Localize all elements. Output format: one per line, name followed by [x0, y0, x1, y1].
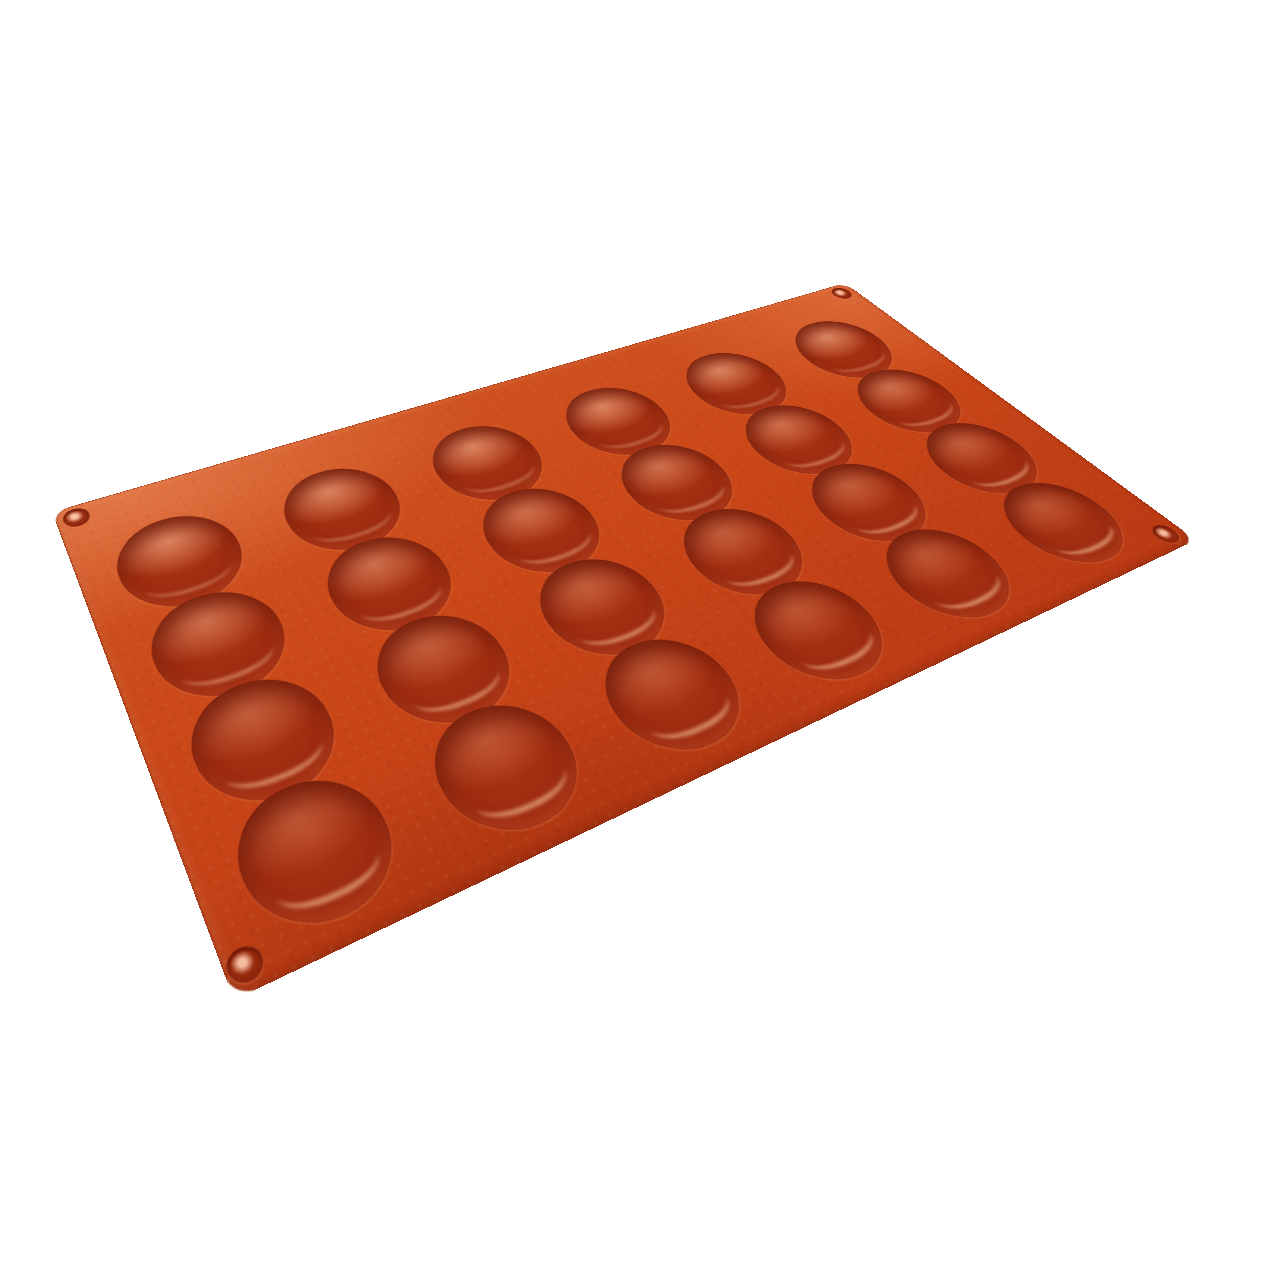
corner-hole — [828, 286, 855, 300]
corner-hole — [222, 941, 268, 989]
silicone-mold — [52, 283, 1196, 1000]
corner-hole — [60, 506, 92, 530]
photo-canvas — [0, 0, 1280, 1280]
corner-hole — [1148, 523, 1185, 546]
